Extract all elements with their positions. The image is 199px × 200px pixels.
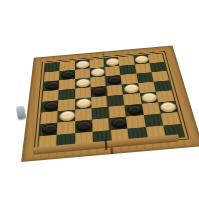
checker-piece-dark[interactable] xyxy=(41,123,58,135)
checker-piece-dark[interactable] xyxy=(76,120,92,132)
clasp xyxy=(16,105,26,119)
checker-piece-dark[interactable] xyxy=(111,117,128,129)
fold-seam-gap xyxy=(105,139,108,150)
photo-scene xyxy=(0,0,199,200)
checker-piece-dark[interactable] xyxy=(43,101,59,112)
checker-piece-light[interactable] xyxy=(160,102,178,113)
checker-piece-light[interactable] xyxy=(76,98,91,109)
checker-piece-light[interactable] xyxy=(59,110,75,121)
